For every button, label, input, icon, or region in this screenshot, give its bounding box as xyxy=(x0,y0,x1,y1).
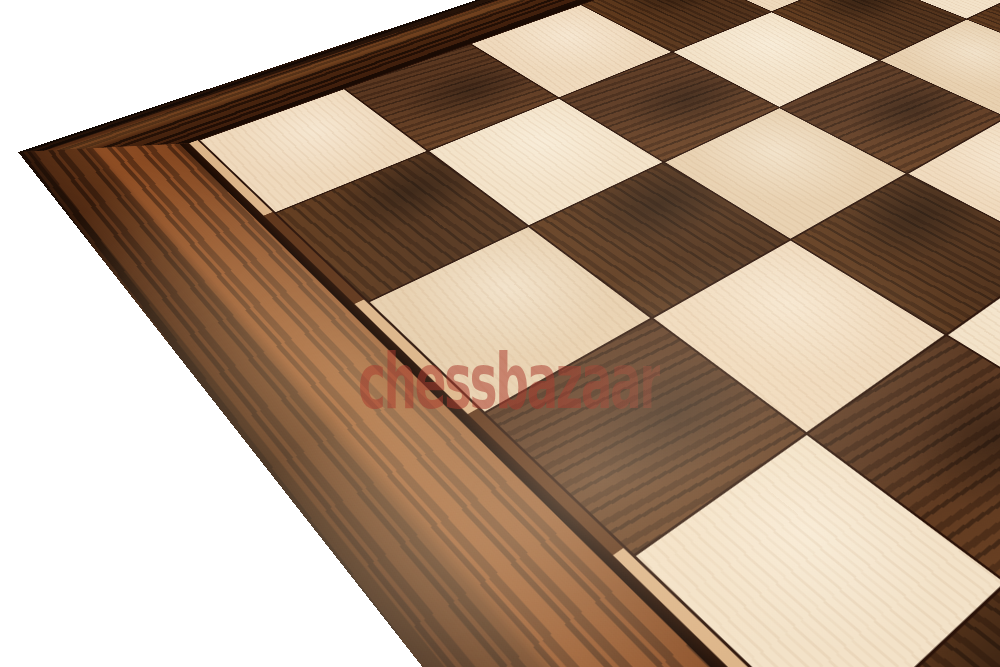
chessboard xyxy=(18,0,1000,667)
product-photo-scene: chessbazaar xyxy=(0,0,1000,667)
